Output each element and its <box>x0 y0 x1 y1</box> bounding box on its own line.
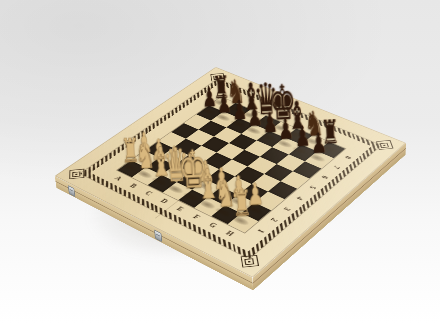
board-field: ♜♞♝♛♚♝♞♜♟♟♟♟♟♟♟♟♟♟♟♟♟♟♟♟♜♞♝♛♚♝♞♜ <box>117 97 345 232</box>
piece-glyph: ♝ <box>238 78 263 114</box>
piece-glyph: ♟ <box>273 117 299 145</box>
piece-glyph: ♟ <box>132 130 158 158</box>
square-a6 <box>184 114 211 129</box>
square-c4 <box>188 145 216 162</box>
piece-glyph: ♟ <box>146 137 172 165</box>
corner-motif-icon <box>240 255 259 268</box>
square-f7: ♟ <box>273 138 301 154</box>
piece-black-pawn: ♟ <box>281 123 322 153</box>
square-f5 <box>248 157 277 174</box>
piece-black-knight: ♞ <box>293 107 334 144</box>
piece-shadow <box>252 115 278 128</box>
square-b6 <box>199 121 226 137</box>
piece-shadow <box>237 109 263 122</box>
piece-shadow <box>222 103 247 116</box>
square-a8: ♜ <box>209 97 236 112</box>
corner-motif-icon <box>210 73 225 81</box>
piece-shadow <box>267 121 293 134</box>
piece-black-pawn: ♟ <box>250 110 291 139</box>
square-e7: ♟ <box>257 131 285 147</box>
metal-clasp-icon <box>67 185 75 197</box>
piece-black-pawn: ♟ <box>219 97 259 126</box>
piece-shadow <box>207 97 232 110</box>
piece-shadow <box>315 141 342 155</box>
piece-black-king: ♚ <box>261 80 302 130</box>
piece-white-pawn: ♟ <box>124 129 165 159</box>
piece-glyph: ♞ <box>224 76 249 109</box>
piece-black-pawn: ♟ <box>190 85 229 113</box>
piece-glyph: ♛ <box>253 79 279 121</box>
product-photo: ABCDEFGH 87654321 ♜♞♝♛♚♝♞♜♟♟♟♟♟♟♟♟♟♟♟♟♟♟… <box>0 0 440 324</box>
square-b7: ♟ <box>211 112 238 127</box>
square-a7: ♟ <box>197 106 224 121</box>
square-b5 <box>186 130 214 146</box>
piece-glyph: ♜ <box>209 72 234 102</box>
piece-black-rook: ♜ <box>202 72 241 105</box>
piece-glyph: ♟ <box>242 104 267 131</box>
square-c8: ♝ <box>238 109 265 124</box>
piece-black-knight: ♞ <box>216 76 255 111</box>
square-c7: ♟ <box>226 118 253 134</box>
piece-white-bishop: ♝ <box>139 142 182 184</box>
piece-white-pawn: ♟ <box>139 136 181 166</box>
piece-shadow <box>225 117 251 130</box>
square-d5 <box>216 143 244 159</box>
piece-glyph: ♜ <box>117 134 144 167</box>
piece-glyph: ♟ <box>197 85 222 111</box>
piece-black-pawn: ♟ <box>265 116 306 146</box>
square-d6 <box>229 134 257 150</box>
piece-shadow <box>130 150 156 164</box>
piece-shadow <box>255 130 282 144</box>
square-c6 <box>214 127 242 143</box>
square-b8: ♞ <box>224 103 251 118</box>
piece-shadow <box>271 137 298 151</box>
square-a3 <box>145 141 173 157</box>
piece-glyph: ♟ <box>227 97 252 124</box>
piece-white-rook: ♜ <box>110 134 152 169</box>
piece-glyph: ♟ <box>289 123 315 151</box>
square-e6 <box>245 140 273 156</box>
scene: ABCDEFGH 87654321 ♜♞♝♛♚♝♞♜♟♟♟♟♟♟♟♟♟♟♟♟♟♟… <box>0 0 440 324</box>
piece-shadow <box>240 124 266 138</box>
metal-clasp-icon <box>154 229 162 242</box>
piece-black-pawn: ♟ <box>234 103 274 132</box>
square-a4 <box>158 132 186 148</box>
piece-shadow <box>195 105 220 118</box>
piece-black-rook: ♜ <box>309 115 350 150</box>
square-b4 <box>173 139 201 155</box>
piece-shadow <box>210 111 236 124</box>
square-c5 <box>201 136 229 152</box>
piece-black-queen: ♛ <box>246 78 287 123</box>
piece-black-pawn: ♟ <box>204 91 243 120</box>
square-d7: ♟ <box>241 125 269 141</box>
piece-black-bishop: ♝ <box>231 78 271 117</box>
piece-glyph: ♚ <box>268 80 294 127</box>
chess-board: ABCDEFGH 87654321 ♜♞♝♛♚♝♞♜♟♟♟♟♟♟♟♟♟♟♟♟♟♟… <box>55 67 406 278</box>
piece-black-bishop: ♝ <box>277 97 318 137</box>
piece-shadow <box>299 134 326 148</box>
square-a5 <box>171 123 198 139</box>
square-g8: ♞ <box>301 135 329 151</box>
square-f8: ♝ <box>285 128 313 144</box>
piece-shadow <box>283 128 310 142</box>
piece-glyph: ♝ <box>284 97 310 134</box>
piece-glyph: ♟ <box>212 91 237 118</box>
piece-shadow <box>287 144 314 158</box>
piece-glyph: ♜ <box>317 116 343 148</box>
square-d8: ♛ <box>254 116 281 131</box>
piece-glyph: ♟ <box>305 130 331 158</box>
piece-glyph: ♟ <box>257 110 283 137</box>
square-a2: ♟ <box>131 151 159 168</box>
corner-motif-icon <box>376 140 394 150</box>
piece-glyph: ♞ <box>301 107 327 141</box>
corner-motif-icon <box>69 169 84 179</box>
square-e8: ♚ <box>269 122 296 138</box>
